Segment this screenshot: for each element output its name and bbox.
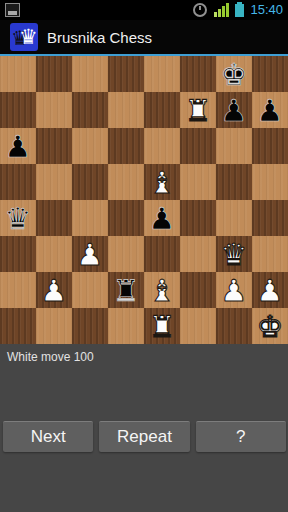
square-g6[interactable] [216, 128, 252, 164]
black-queen-a4[interactable]: ♛ [0, 200, 36, 236]
signal-icon [214, 3, 230, 17]
square-h2[interactable]: ♟ [252, 272, 288, 308]
status-bar-time: 15:40 [250, 0, 283, 20]
white-king-h1[interactable]: ♚ [252, 308, 288, 344]
square-b4[interactable] [36, 200, 72, 236]
square-b8[interactable] [36, 56, 72, 92]
white-pawn-c3[interactable]: ♟ [72, 236, 108, 272]
square-e7[interactable] [144, 92, 180, 128]
square-b6[interactable] [36, 128, 72, 164]
black-pawn-a6[interactable]: ♟ [0, 128, 36, 164]
square-e3[interactable] [144, 236, 180, 272]
white-queen-g3[interactable]: ♛ [216, 236, 252, 272]
black-pawn-e4[interactable]: ♟ [144, 200, 180, 236]
square-e4[interactable]: ♟ [144, 200, 180, 236]
square-h5[interactable] [252, 164, 288, 200]
square-g5[interactable] [216, 164, 252, 200]
square-a4[interactable]: ♛ [0, 200, 36, 236]
square-f8[interactable] [180, 56, 216, 92]
square-h6[interactable] [252, 128, 288, 164]
square-c2[interactable] [72, 272, 108, 308]
square-b2[interactable]: ♟ [36, 272, 72, 308]
square-g4[interactable] [216, 200, 252, 236]
next-button[interactable]: Next [3, 421, 93, 452]
square-h4[interactable] [252, 200, 288, 236]
button-row: Next Repeat ? [3, 421, 286, 452]
hint-button[interactable]: ? [196, 421, 286, 452]
square-b3[interactable] [36, 236, 72, 272]
square-d4[interactable] [108, 200, 144, 236]
square-c6[interactable] [72, 128, 108, 164]
square-b7[interactable] [36, 92, 72, 128]
square-f5[interactable] [180, 164, 216, 200]
square-e6[interactable] [144, 128, 180, 164]
battery-icon [235, 4, 244, 17]
white-rook-e1[interactable]: ♜ [144, 308, 180, 344]
move-status-text: White move 100 [7, 350, 94, 364]
square-d8[interactable] [108, 56, 144, 92]
square-a6[interactable]: ♟ [0, 128, 36, 164]
status-bar: 15:40 [0, 0, 288, 20]
repeat-button[interactable]: Repeat [99, 421, 189, 452]
white-pawn-b2[interactable]: ♟ [36, 272, 72, 308]
square-f3[interactable] [180, 236, 216, 272]
square-h3[interactable] [252, 236, 288, 272]
square-d6[interactable] [108, 128, 144, 164]
square-a3[interactable] [0, 236, 36, 272]
square-c4[interactable] [72, 200, 108, 236]
action-bar: ♛ ♛ Brusnika Chess [0, 20, 288, 56]
square-d5[interactable] [108, 164, 144, 200]
square-d7[interactable] [108, 92, 144, 128]
square-b1[interactable] [36, 308, 72, 344]
lower-panel: White move 100 Next Repeat ? [0, 344, 288, 512]
square-c3[interactable]: ♟ [72, 236, 108, 272]
alarm-icon [193, 3, 207, 17]
square-a1[interactable] [0, 308, 36, 344]
app-screen: 15:40 ♛ ♛ Brusnika Chess ♚♜♟♟♟♝♛♟♟♛♟♜♝♟♟… [0, 0, 288, 512]
chess-board[interactable]: ♚♜♟♟♟♝♛♟♟♛♟♜♝♟♟♜♚ [0, 56, 288, 344]
square-a2[interactable] [0, 272, 36, 308]
black-king-g8[interactable]: ♚ [216, 56, 252, 92]
square-a7[interactable] [0, 92, 36, 128]
square-g8[interactable]: ♚ [216, 56, 252, 92]
black-pawn-h7[interactable]: ♟ [252, 92, 288, 128]
square-c7[interactable] [72, 92, 108, 128]
square-h1[interactable]: ♚ [252, 308, 288, 344]
square-f2[interactable] [180, 272, 216, 308]
white-pawn-g2[interactable]: ♟ [216, 272, 252, 308]
white-pawn-h2[interactable]: ♟ [252, 272, 288, 308]
app-icon[interactable]: ♛ ♛ [10, 23, 38, 51]
black-rook-d2[interactable]: ♜ [108, 272, 144, 308]
square-h8[interactable] [252, 56, 288, 92]
square-c1[interactable] [72, 308, 108, 344]
white-rook-f7[interactable]: ♜ [180, 92, 216, 128]
app-title: Brusnika Chess [47, 29, 152, 46]
square-e2[interactable]: ♝ [144, 272, 180, 308]
square-c5[interactable] [72, 164, 108, 200]
white-bishop-e2[interactable]: ♝ [144, 272, 180, 308]
square-f1[interactable] [180, 308, 216, 344]
square-e5[interactable]: ♝ [144, 164, 180, 200]
square-g3[interactable]: ♛ [216, 236, 252, 272]
screenshot-icon [5, 3, 20, 17]
square-f4[interactable] [180, 200, 216, 236]
square-g2[interactable]: ♟ [216, 272, 252, 308]
square-f7[interactable]: ♜ [180, 92, 216, 128]
square-a8[interactable] [0, 56, 36, 92]
square-d1[interactable] [108, 308, 144, 344]
square-b5[interactable] [36, 164, 72, 200]
square-a5[interactable] [0, 164, 36, 200]
square-d2[interactable]: ♜ [108, 272, 144, 308]
square-e1[interactable]: ♜ [144, 308, 180, 344]
square-g1[interactable] [216, 308, 252, 344]
white-bishop-e5[interactable]: ♝ [144, 164, 180, 200]
square-h7[interactable]: ♟ [252, 92, 288, 128]
black-pawn-g7[interactable]: ♟ [216, 92, 252, 128]
square-f6[interactable] [180, 128, 216, 164]
square-e8[interactable] [144, 56, 180, 92]
square-d3[interactable] [108, 236, 144, 272]
square-g7[interactable]: ♟ [216, 92, 252, 128]
app-icon-white-queen-icon: ♛ [19, 23, 38, 51]
square-c8[interactable] [72, 56, 108, 92]
